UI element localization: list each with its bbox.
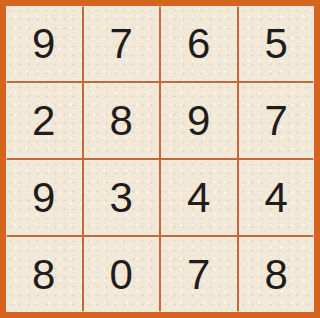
grid-cell-r3c3[interactable]: 4 — [161, 160, 237, 235]
grid-cell-r2c1[interactable]: 2 — [6, 83, 82, 158]
grid-cell-r4c3[interactable]: 7 — [161, 237, 237, 312]
grid-cell-r2c3[interactable]: 9 — [161, 83, 237, 158]
grid-cell-r1c4[interactable]: 5 — [239, 6, 315, 81]
grid-cell-r4c2[interactable]: 0 — [84, 237, 160, 312]
grid-cell-r3c4[interactable]: 4 — [239, 160, 315, 235]
grid-cell-r1c3[interactable]: 6 — [161, 6, 237, 81]
grid-cell-r1c1[interactable]: 9 — [6, 6, 82, 81]
grid-cell-r4c4[interactable]: 8 — [239, 237, 315, 312]
grid-cell-r1c2[interactable]: 7 — [84, 6, 160, 81]
grid-cell-r4c1[interactable]: 8 — [6, 237, 82, 312]
grid-cell-r3c1[interactable]: 9 — [6, 160, 82, 235]
number-grid-board: 9765289793448078 — [0, 0, 320, 318]
grid-cell-r3c2[interactable]: 3 — [84, 160, 160, 235]
grid-cell-r2c2[interactable]: 8 — [84, 83, 160, 158]
grid-cell-r2c4[interactable]: 7 — [239, 83, 315, 158]
